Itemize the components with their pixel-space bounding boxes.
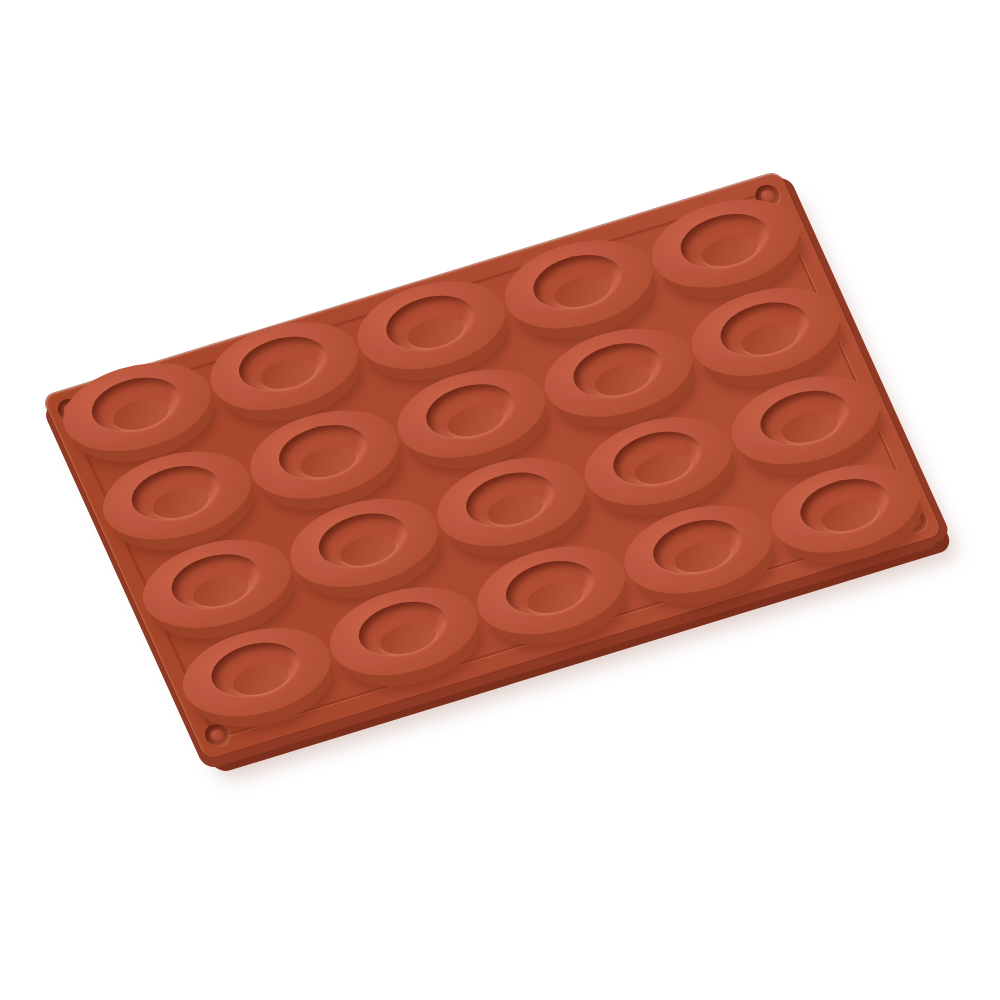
cavity-grid — [42, 171, 943, 760]
silicone-mold — [42, 171, 943, 760]
mold-top-surface — [42, 171, 943, 760]
product-photo — [0, 0, 1000, 1000]
